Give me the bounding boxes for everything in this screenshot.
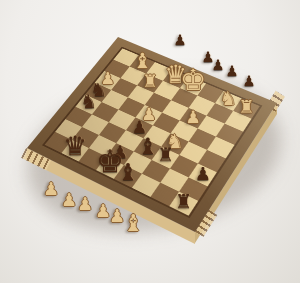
chess-photo-scene: ♟♟♝♟♟♛♟♟♜♚♞♞♞♜♟♟♟♞♝♛♟♜♚♟♝♟♟♜♟♟♟♝ <box>0 0 300 283</box>
captured-black-pawn: ♟ <box>174 33 187 47</box>
captured-black-pawn: ♟ <box>212 58 225 72</box>
captured-black-pawn: ♟ <box>202 50 215 64</box>
captured-black-pawn: ♟ <box>226 64 239 78</box>
captured-black-pawn: ♟ <box>243 74 256 88</box>
